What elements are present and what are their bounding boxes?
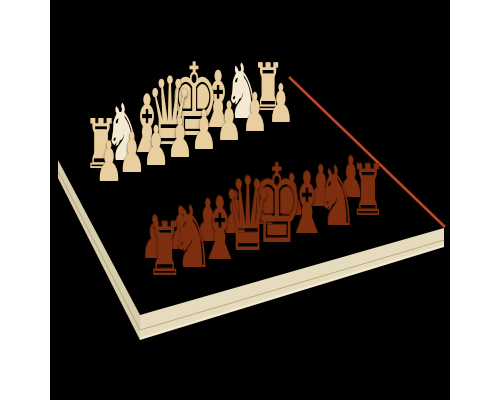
piece-light-pawn-h7[interactable]: ♟ — [267, 78, 293, 131]
page: ◆◆◆◆ ABCDEFGH12345678 ♜♞♝♛♚♝♞♜♟♟♟♟♟♟♟♟♟♟… — [0, 0, 500, 400]
piece-light-pawn-b7[interactable]: ♟ — [119, 126, 146, 181]
piece-light-pawn-f7[interactable]: ♟ — [216, 95, 243, 149]
piece-dark-rook-a1[interactable]: ♜ — [147, 213, 183, 287]
photo-background: ◆◆◆◆ ABCDEFGH12345678 ♜♞♝♛♚♝♞♜♟♟♟♟♟♟♟♟♟♟… — [50, 0, 450, 400]
piece-light-pawn-a7[interactable]: ♟ — [95, 134, 123, 190]
piece-light-pawn-g7[interactable]: ♟ — [241, 86, 267, 140]
piece-light-pawn-c7[interactable]: ♟ — [142, 119, 169, 174]
piece-light-pawn-d7[interactable]: ♟ — [166, 111, 193, 166]
piece-light-pawn-e7[interactable]: ♟ — [191, 103, 218, 157]
